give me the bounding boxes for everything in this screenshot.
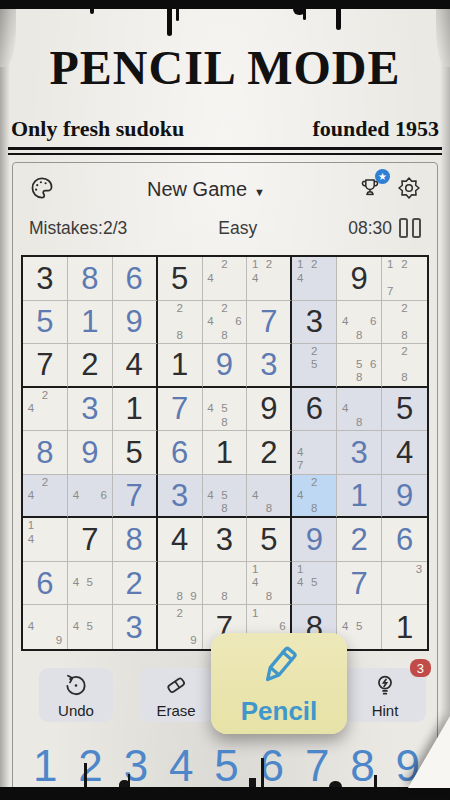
pencil-mark: 4	[24, 533, 38, 547]
cell-value: 4	[171, 524, 188, 555]
cell-r8c4[interactable]: 89	[158, 562, 203, 606]
cell-r5c4[interactable]: 6	[158, 431, 203, 475]
pencil-mark: 8	[352, 329, 366, 343]
cell-value: 3	[306, 306, 323, 337]
keypad-digit-2[interactable]: 2	[78, 744, 102, 788]
pencil-mark: 2	[38, 389, 52, 403]
gear-icon	[397, 176, 421, 203]
pencil-mark: 8	[262, 590, 276, 604]
pencil-mark: 4	[248, 272, 262, 286]
pencil-marks: 25	[293, 345, 335, 385]
difficulty-label: Easy	[127, 218, 348, 239]
cell-r3c4[interactable]: 1	[158, 344, 203, 388]
pencil-mark: 2	[307, 476, 321, 489]
pencil-mark: 9	[52, 634, 66, 648]
pencil-marks: 2468	[204, 302, 246, 343]
cell-r1c2[interactable]: 8	[68, 257, 113, 301]
skyline-decoration	[84, 763, 87, 787]
cell-value: 8	[126, 524, 143, 555]
cell-r9c9[interactable]: 1	[382, 605, 427, 649]
pencil-marks: 124	[248, 258, 289, 299]
pencil-mark: 5	[307, 576, 321, 590]
cell-r6c3[interactable]: 7	[113, 475, 158, 519]
pencil-marks: 28	[383, 302, 426, 343]
pencil-mark: 8	[218, 329, 232, 343]
cell-value: 2	[260, 437, 277, 468]
pencil-mark: 8	[352, 416, 366, 430]
cell-r8c7[interactable]: 145	[292, 562, 337, 606]
cell-r3c9[interactable]: 28	[382, 344, 427, 388]
cell-r8c6[interactable]: 148	[247, 562, 292, 606]
cell-value: 3	[260, 349, 277, 380]
keypad-digit-4[interactable]: 4	[169, 744, 193, 788]
cell-value: 9	[126, 306, 143, 337]
cell-r7c9[interactable]: 6	[382, 518, 427, 562]
hint-button[interactable]: Hint 3	[344, 668, 426, 722]
undo-button[interactable]: Undo	[39, 668, 113, 722]
pencil-mark: 2	[397, 302, 411, 316]
cell-r8c2[interactable]: 45	[68, 562, 113, 606]
pencil-mark: 2	[38, 476, 52, 489]
skyline-decoration	[261, 758, 264, 787]
cell-r8c9[interactable]: 3	[382, 562, 427, 606]
cell-r7c5[interactable]: 3	[203, 518, 248, 562]
pencil-marks: 468	[338, 302, 380, 343]
tagline-right: founded 1953	[312, 116, 439, 142]
cell-r2c3[interactable]: 9	[113, 301, 158, 345]
ink-drip	[303, 9, 306, 20]
pencil-marks: 124	[293, 258, 335, 299]
cell-value: 1	[171, 349, 188, 380]
cell-r9c4[interactable]: 29	[158, 605, 203, 649]
cell-r1c1[interactable]: 3	[23, 257, 68, 301]
cell-r5c5[interactable]: 1	[203, 431, 248, 475]
pencil-mark: 8	[397, 371, 411, 384]
undo-icon	[63, 672, 89, 701]
cell-r4c3[interactable]: 1	[113, 388, 158, 432]
cell-r6c6[interactable]: 48	[247, 475, 292, 519]
pencil-mark: 5	[83, 576, 97, 590]
ink-drip	[176, 9, 179, 21]
cell-value: 5	[396, 393, 413, 424]
cell-r1c9[interactable]: 127	[382, 257, 427, 301]
pencil-mark: 4	[293, 272, 307, 286]
pencil-marks: 127	[383, 258, 426, 299]
skyline-decoration	[374, 775, 377, 787]
pencil-mark: 5	[218, 489, 232, 502]
cell-value: 3	[36, 263, 53, 294]
cell-value: 7	[36, 349, 53, 380]
pencil-marks: 46	[69, 476, 111, 516]
cell-r7c2[interactable]: 7	[68, 518, 113, 562]
pencil-mark: 4	[248, 576, 262, 590]
undo-label: Undo	[58, 702, 94, 719]
palette-icon	[29, 175, 55, 204]
cell-value: 2	[126, 568, 143, 599]
pencil-mark: 4	[24, 620, 38, 634]
pencil-marks: 14	[24, 519, 66, 560]
pencil-mark: 8	[218, 590, 232, 604]
pencil-mark: 2	[397, 345, 411, 358]
eraser-icon	[163, 672, 189, 701]
cell-value: 9	[351, 263, 368, 294]
cell-value: 7	[81, 524, 98, 555]
cell-r6c1[interactable]: 24	[23, 475, 68, 519]
cell-value: 7	[351, 568, 368, 599]
toolbar: New Game▼ ★	[13, 171, 437, 207]
cell-r2c5[interactable]: 2468	[203, 301, 248, 345]
chevron-down-icon: ▼	[254, 186, 265, 198]
tagline-row: Only fresh sudoku founded 1953	[11, 116, 439, 142]
cell-value: 4	[126, 349, 143, 380]
cell-r6c7[interactable]: 248	[292, 475, 337, 519]
keypad-digit-5[interactable]: 5	[214, 744, 238, 788]
cell-r4c1[interactable]: 24	[23, 388, 68, 432]
cell-value: 6	[396, 524, 413, 555]
pencil-mark: 4	[293, 489, 307, 502]
cell-r5c7[interactable]: 47	[292, 431, 337, 475]
cell-value: 3	[81, 393, 98, 424]
pencil-mark: 9	[187, 634, 201, 648]
cell-r7c8[interactable]: 2	[337, 518, 382, 562]
skyline-decoration	[128, 774, 130, 787]
pencil-mark: 2	[262, 258, 276, 272]
cell-value: 7	[126, 480, 143, 511]
cell-value: 3	[351, 437, 368, 468]
cell-r5c8[interactable]: 3	[337, 431, 382, 475]
cell-value: 1	[396, 612, 413, 643]
timer-label: 08:30	[348, 218, 392, 239]
theme-palette-button[interactable]	[29, 175, 55, 204]
cell-r8c5[interactable]: 8	[203, 562, 248, 606]
page-title: PENCIL MODE	[0, 40, 450, 95]
cell-r8c3[interactable]: 2	[113, 562, 158, 606]
hint-badge: 3	[410, 659, 431, 677]
cell-r4c6[interactable]: 9	[247, 388, 292, 432]
pencil-marks: 47	[293, 432, 335, 473]
pencil-mark: 4	[204, 402, 218, 416]
mistakes-label: Mistakes:2/3	[29, 218, 127, 239]
cell-value: 4	[396, 437, 413, 468]
pencil-mark: 4	[204, 315, 218, 329]
cell-value: 1	[81, 306, 98, 337]
pencil-marks: 248	[293, 476, 335, 516]
cell-value: 1	[126, 393, 143, 424]
cell-value: 2	[81, 349, 98, 380]
pencil-mark: 5	[83, 620, 97, 634]
pencil-marks: 24	[24, 476, 66, 516]
pencil-mark: 2	[218, 302, 232, 316]
pencil-marks: 45	[69, 563, 111, 604]
cell-value: 3	[126, 612, 143, 643]
pencil-marks: 568	[338, 345, 380, 385]
cell-r1c4[interactable]: 5	[158, 257, 203, 301]
pencil-marks: 24	[24, 389, 66, 430]
cell-r6c5[interactable]: 458	[203, 475, 248, 519]
cell-value: 7	[260, 306, 277, 337]
pencil-marks: 28	[383, 345, 426, 385]
pencil-mark: 4	[293, 446, 307, 460]
pencil-mark: 4	[24, 402, 38, 416]
cell-value: 6	[126, 263, 143, 294]
keypad-digit-7[interactable]: 7	[305, 744, 329, 788]
cell-r2c1[interactable]: 5	[23, 301, 68, 345]
pencil-mark: 4	[24, 489, 38, 502]
top-ink-bar	[0, 0, 450, 9]
cell-r2c9[interactable]: 28	[382, 301, 427, 345]
cell-value: 6	[171, 437, 188, 468]
hint-bulb-icon	[372, 672, 398, 701]
pencil-marks: 29	[159, 606, 201, 648]
pencil-mark: 6	[366, 315, 380, 329]
cell-r6c4[interactable]: 3	[158, 475, 203, 519]
pencil-mark: 8	[262, 502, 276, 515]
cell-r4c7[interactable]: 6	[292, 388, 337, 432]
app-screen: { "header": { "title": "PENCIL MODE", "t…	[0, 0, 450, 800]
keypad-digit-8[interactable]: 8	[350, 744, 374, 788]
hint-label: Hint	[372, 702, 399, 719]
sudoku-grid: 3865241241249127519282468734682872419325…	[21, 255, 429, 651]
cell-r4c4[interactable]: 7	[158, 388, 203, 432]
cell-value: 6	[36, 568, 53, 599]
erase-label: Erase	[156, 702, 195, 719]
pencil-mark: 1	[293, 563, 307, 577]
pencil-mark: 3	[412, 563, 426, 577]
cell-r7c7[interactable]: 9	[292, 518, 337, 562]
pencil-mark: 2	[218, 258, 232, 272]
cell-r3c1[interactable]: 7	[23, 344, 68, 388]
pencil-mark: 4	[204, 272, 218, 286]
pencil-label: Pencil	[241, 696, 318, 727]
cell-r2c8[interactable]: 468	[337, 301, 382, 345]
pencil-mark: 4	[338, 315, 352, 329]
pencil-marks: 89	[159, 563, 201, 604]
ink-drip	[336, 9, 341, 30]
page-edge-shadow-right	[440, 9, 450, 787]
cell-value: 1	[351, 480, 368, 511]
pencil-marks: 458	[204, 476, 246, 516]
new-game-label: New Game	[147, 178, 247, 200]
cell-r2c4[interactable]: 28	[158, 301, 203, 345]
pencil-marks: 148	[248, 563, 289, 604]
cell-r3c5[interactable]: 9	[203, 344, 248, 388]
pencil-mark: 5	[352, 620, 366, 634]
pencil-mark: 4	[338, 620, 352, 634]
status-row: Mistakes:2/3 Easy 08:30	[13, 214, 437, 242]
cell-r7c3[interactable]: 8	[113, 518, 158, 562]
pencil-mark: 8	[218, 502, 232, 515]
pencil-mark: 2	[173, 606, 187, 620]
cell-r1c8[interactable]: 9	[337, 257, 382, 301]
settings-button[interactable]	[397, 176, 421, 203]
cell-value: 5	[36, 306, 53, 337]
pencil-mark: 5	[352, 358, 366, 371]
cell-value: 5	[260, 524, 277, 555]
pause-icon	[399, 218, 408, 238]
cell-r3c6[interactable]: 3	[247, 344, 292, 388]
cell-r6c9[interactable]: 9	[382, 475, 427, 519]
cell-value: 9	[260, 393, 277, 424]
pencil-mark: 4	[69, 489, 83, 502]
new-game-dropdown[interactable]: New Game▼	[55, 178, 357, 201]
pencil-mark: 1	[293, 258, 307, 272]
game-card: New Game▼ ★	[12, 162, 438, 792]
pause-button[interactable]	[399, 218, 421, 238]
cell-r3c3[interactable]: 4	[113, 344, 158, 388]
pencil-mark: 6	[97, 489, 111, 502]
pencil-icon	[254, 641, 304, 694]
pencil-mark: 4	[338, 402, 352, 416]
pencil-mark: 6	[231, 315, 245, 329]
cell-r4c5[interactable]: 458	[203, 388, 248, 432]
cell-value: 3	[216, 524, 233, 555]
pencil-button[interactable]: Pencil	[211, 633, 347, 734]
pencil-mark: 1	[248, 606, 262, 620]
star-badge: ★	[375, 169, 390, 184]
pencil-mark: 8	[218, 416, 232, 430]
pencil-marks: 3	[383, 563, 426, 604]
cell-r5c2[interactable]: 9	[68, 431, 113, 475]
erase-button[interactable]: Erase	[139, 668, 213, 722]
pencil-marks: 24	[204, 258, 246, 299]
pencil-mark: 8	[173, 590, 187, 604]
bottom-ink-bar	[0, 787, 450, 800]
cell-value: 9	[81, 437, 98, 468]
double-rule-divider	[8, 147, 442, 155]
pencil-marks: 8	[204, 563, 246, 604]
cell-r5c6[interactable]: 2	[247, 431, 292, 475]
pencil-mark: 6	[366, 358, 380, 371]
pencil-marks: 48	[338, 389, 380, 430]
pencil-marks: 48	[248, 476, 289, 516]
cell-r7c6[interactable]: 5	[247, 518, 292, 562]
pencil-marks: 49	[24, 606, 66, 648]
keypad-digit-9[interactable]: 9	[396, 744, 420, 788]
cell-r6c2[interactable]: 46	[68, 475, 113, 519]
cell-r1c7[interactable]: 124	[292, 257, 337, 301]
pencil-mark: 2	[307, 345, 321, 358]
pencil-mark: 9	[187, 590, 201, 604]
cell-r2c6[interactable]: 7	[247, 301, 292, 345]
pencil-mark: 1	[383, 258, 397, 272]
pencil-mark: 4	[69, 576, 83, 590]
cell-r5c3[interactable]: 5	[113, 431, 158, 475]
pencil-mark: 2	[173, 302, 187, 316]
cell-value: 9	[306, 524, 323, 555]
pencil-mark: 8	[397, 329, 411, 343]
cell-r2c7[interactable]: 3	[292, 301, 337, 345]
pencil-marks: 145	[293, 563, 335, 604]
cell-value: 5	[171, 263, 188, 294]
cell-r1c5[interactable]: 24	[203, 257, 248, 301]
ink-drip	[167, 9, 172, 36]
cell-r3c8[interactable]: 568	[337, 344, 382, 388]
keypad-digit-1[interactable]: 1	[33, 744, 57, 788]
pencil-mark: 1	[24, 519, 38, 533]
cell-value: 8	[81, 263, 98, 294]
cell-value: 3	[171, 480, 188, 511]
cell-r1c6[interactable]: 124	[247, 257, 292, 301]
awards-button[interactable]: ★	[357, 175, 383, 204]
pencil-mark: 1	[248, 563, 262, 577]
pencil-mark: 4	[204, 489, 218, 502]
cell-r9c1[interactable]: 49	[23, 605, 68, 649]
cell-value: 5	[126, 437, 143, 468]
cell-value: 7	[171, 393, 188, 424]
page-edge-shadow-left	[0, 9, 10, 787]
pencil-mark: 1	[248, 258, 262, 272]
cell-r1c3[interactable]: 6	[113, 257, 158, 301]
cell-value: 9	[216, 349, 233, 380]
cell-r4c9[interactable]: 5	[382, 388, 427, 432]
pencil-mark: 5	[218, 402, 232, 416]
skyline-decoration	[249, 778, 256, 787]
cell-r7c1[interactable]: 14	[23, 518, 68, 562]
cell-r5c9[interactable]: 4	[382, 431, 427, 475]
pencil-mark: 4	[293, 576, 307, 590]
cell-r4c8[interactable]: 48	[337, 388, 382, 432]
pencil-mark: 7	[293, 459, 307, 473]
cell-r5c1[interactable]: 8	[23, 431, 68, 475]
cell-r6c8[interactable]: 1	[337, 475, 382, 519]
pencil-mark: 8	[352, 371, 366, 384]
cell-r9c2[interactable]: 45	[68, 605, 113, 649]
cell-value: 8	[36, 437, 53, 468]
cell-r2c2[interactable]: 1	[68, 301, 113, 345]
pencil-mark: 5	[307, 358, 321, 371]
pencil-mark: 4	[69, 620, 83, 634]
tagline-left: Only fresh sudoku	[11, 116, 184, 142]
pencil-marks: 28	[159, 302, 201, 343]
cell-r3c7[interactable]: 25	[292, 344, 337, 388]
ink-drip	[90, 9, 94, 14]
cell-value: 6	[306, 393, 323, 424]
pencil-mark: 7	[383, 285, 397, 299]
pencil-mark: 8	[307, 502, 321, 515]
cell-r9c3[interactable]: 3	[113, 605, 158, 649]
cell-r4c2[interactable]: 3	[68, 388, 113, 432]
pencil-mark: 8	[173, 329, 187, 343]
cell-value: 1	[216, 437, 233, 468]
pencil-mark: 2	[397, 258, 411, 272]
cell-value: 2	[351, 524, 368, 555]
cell-r8c1[interactable]: 6	[23, 562, 68, 606]
cell-r3c2[interactable]: 2	[68, 344, 113, 388]
cell-r7c4[interactable]: 4	[158, 518, 203, 562]
pencil-marks: 45	[69, 606, 111, 648]
pencil-mark: 4	[248, 489, 262, 502]
cell-r8c8[interactable]: 7	[337, 562, 382, 606]
pencil-marks: 458	[204, 389, 246, 430]
cell-value: 9	[396, 480, 413, 511]
pencil-mark: 2	[307, 258, 321, 272]
